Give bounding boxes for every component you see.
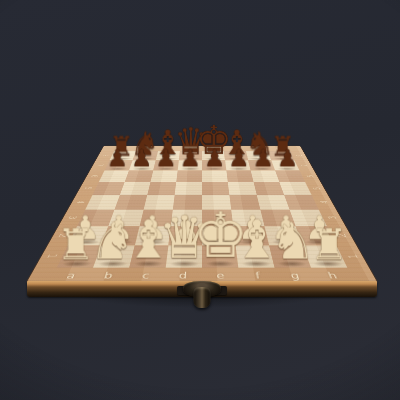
square-f6[interactable] <box>226 171 253 182</box>
piece-black-pawn-b7[interactable]: ♟ <box>131 146 152 170</box>
square-b4[interactable] <box>114 195 147 210</box>
clasp-knob <box>194 287 211 308</box>
square-d7[interactable]: ♟ <box>178 160 202 170</box>
square-g5[interactable] <box>254 182 285 195</box>
piece-black-pawn-g7[interactable]: ♟ <box>252 146 273 170</box>
square-g7[interactable]: ♟ <box>248 160 275 170</box>
square-f5[interactable] <box>228 182 257 195</box>
piece-black-pawn-d7[interactable]: ♟ <box>179 146 200 170</box>
piece-white-knight-g1[interactable]: ♞ <box>270 216 316 267</box>
metal-clasp <box>178 280 226 314</box>
square-d5[interactable] <box>175 182 202 195</box>
piece-black-pawn-a7[interactable]: ♟ <box>106 146 127 170</box>
square-c6[interactable] <box>150 171 177 182</box>
square-d6[interactable] <box>176 171 202 182</box>
piece-black-pawn-e7[interactable]: ♟ <box>204 146 225 170</box>
square-g1[interactable]: ♞ <box>269 245 311 267</box>
square-h4[interactable] <box>284 195 319 210</box>
board: ♜♞♝♛♚♝♞♜♟♟♟♟♟♟♟♟♟♟♟♟♟♟♟♟♜♞♝♛♚♝♞♜ abcdefg… <box>27 146 378 283</box>
square-h5[interactable] <box>279 182 311 195</box>
board-grid: ♜♞♝♛♚♝♞♜♟♟♟♟♟♟♟♟♟♟♟♟♟♟♟♟♜♞♝♛♚♝♞♜ <box>57 151 348 268</box>
square-h7[interactable]: ♟ <box>271 160 299 170</box>
square-e7[interactable]: ♟ <box>202 160 226 170</box>
square-b5[interactable] <box>120 182 151 195</box>
square-f1[interactable]: ♝ <box>236 245 275 267</box>
piece-black-pawn-h7[interactable]: ♟ <box>276 146 297 170</box>
square-b6[interactable] <box>125 171 154 182</box>
square-b7[interactable]: ♟ <box>129 160 156 170</box>
square-a5[interactable] <box>92 182 124 195</box>
square-c7[interactable]: ♟ <box>153 160 179 170</box>
square-e5[interactable] <box>202 182 229 195</box>
square-h6[interactable] <box>275 171 305 182</box>
square-c5[interactable] <box>147 182 176 195</box>
piece-black-pawn-c7[interactable]: ♟ <box>155 146 176 170</box>
square-e6[interactable] <box>202 171 228 182</box>
square-h1[interactable]: ♜ <box>303 245 348 267</box>
square-a4[interactable] <box>85 195 120 210</box>
piece-black-pawn-f7[interactable]: ♟ <box>228 146 249 170</box>
square-f7[interactable]: ♟ <box>225 160 251 170</box>
photo-stage: ♜♞♝♛♚♝♞♜♟♟♟♟♟♟♟♟♟♟♟♟♟♟♟♟♜♞♝♛♚♝♞♜ abcdefg… <box>0 0 400 400</box>
piece-white-rook-h1[interactable]: ♜ <box>309 223 348 266</box>
